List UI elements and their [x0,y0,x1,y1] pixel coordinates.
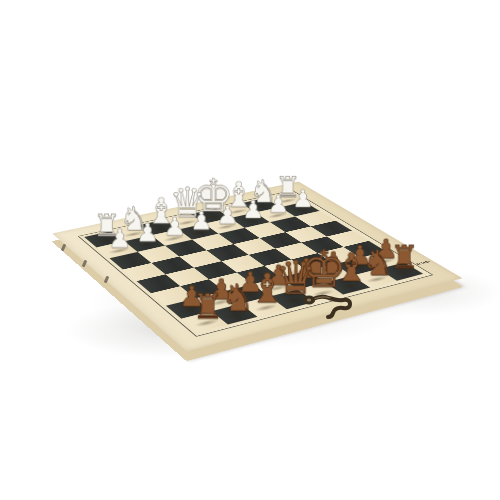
board-frame: ♜♞♝♛♚♝♞♜♟♟♟♟♟♟♟♟♟♟♟♟♟♟♟♟♜♞♝♛♚♝♞♜ [52,181,462,351]
piece-glyph: ♟ [267,192,289,216]
board-grid: ♜♞♝♛♚♝♞♜♟♟♟♟♟♟♟♟♟♟♟♟♟♟♟♟♜♞♝♛♚♝♞♜ [84,193,423,332]
scene: ♜♞♝♛♚♝♞♜♟♟♟♟♟♟♟♟♟♟♟♟♟♟♟♟♜♞♝♛♚♝♞♜ [0,0,500,500]
piece-glyph: ♟ [163,214,186,239]
piece-glyph: ♟ [108,226,131,252]
piece-glyph: ♜ [390,242,419,274]
piece-glyph: ♞ [221,279,254,316]
piece-glyph: ♟ [136,220,159,246]
piece-glyph: ♟ [190,208,213,233]
piece-glyph: ♟ [216,203,238,228]
piece-glyph: ♟ [242,197,264,222]
chess-set-photo: ♜♞♝♛♚♝♞♜♟♟♟♟♟♟♟♟♟♟♟♟♟♟♟♟♜♞♝♛♚♝♞♜ [0,0,500,500]
chess-board: ♜♞♝♛♚♝♞♜♟♟♟♟♟♟♟♟♟♟♟♟♟♟♟♟♜♞♝♛♚♝♞♜ [52,181,462,351]
piece-glyph: ♜ [192,290,223,324]
latch-icon [301,291,355,321]
playing-area-border: ♜♞♝♛♚♝♞♜♟♟♟♟♟♟♟♟♟♟♟♟♟♟♟♟♜♞♝♛♚♝♞♜ [78,190,434,336]
piece-glyph: ♟ [292,187,314,211]
